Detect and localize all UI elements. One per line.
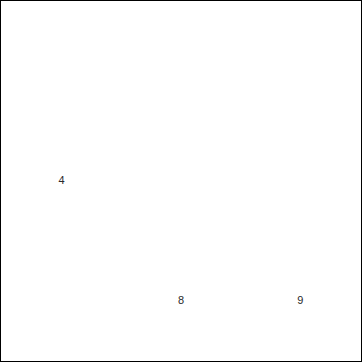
candidate-9: 9: [241, 241, 360, 360]
sudoku-board: 8139137462534513462918713867213535819413…: [0, 0, 362, 362]
candidate-8: 8: [121, 241, 240, 360]
pencil-marks: 489: [2, 2, 360, 360]
sudoku-app: 8139137462534513462918713867213535819413…: [0, 0, 362, 362]
candidate-4: 4: [2, 121, 121, 240]
cell-r9c9[interactable]: 489: [1, 1, 361, 361]
